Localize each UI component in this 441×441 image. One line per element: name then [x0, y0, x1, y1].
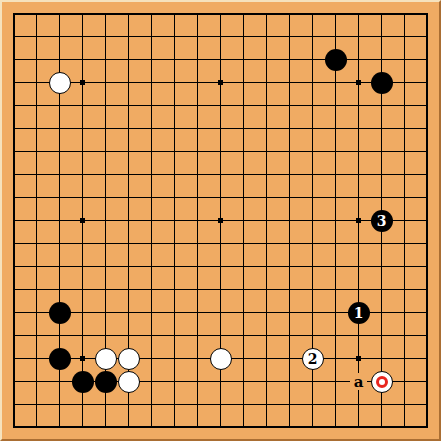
circle-marker-icon: [376, 376, 388, 388]
black-stone: [371, 72, 393, 94]
white-stone: 2: [302, 348, 324, 370]
star-point: [356, 80, 361, 85]
star-point: [218, 80, 223, 85]
white-stone: [210, 348, 232, 370]
white-stone: [371, 371, 393, 393]
black-stone: [49, 348, 71, 370]
star-point: [80, 80, 85, 85]
go-board: 312a: [0, 0, 441, 441]
move-number-label: 1: [354, 306, 364, 320]
black-stone: [72, 371, 94, 393]
star-point: [218, 218, 223, 223]
white-stone: [118, 371, 140, 393]
point-label-a: a: [350, 373, 367, 390]
star-point: [356, 356, 361, 361]
white-stone: [95, 348, 117, 370]
star-point: [356, 218, 361, 223]
black-stone: [325, 49, 347, 71]
move-number-label: 2: [308, 352, 318, 366]
black-stone: 1: [348, 302, 370, 324]
move-number-label: 3: [377, 214, 387, 228]
star-point: [80, 356, 85, 361]
white-stone: [49, 72, 71, 94]
white-stone: [118, 348, 140, 370]
star-point: [80, 218, 85, 223]
black-stone: [95, 371, 117, 393]
black-stone: 3: [371, 210, 393, 232]
black-stone: [49, 302, 71, 324]
